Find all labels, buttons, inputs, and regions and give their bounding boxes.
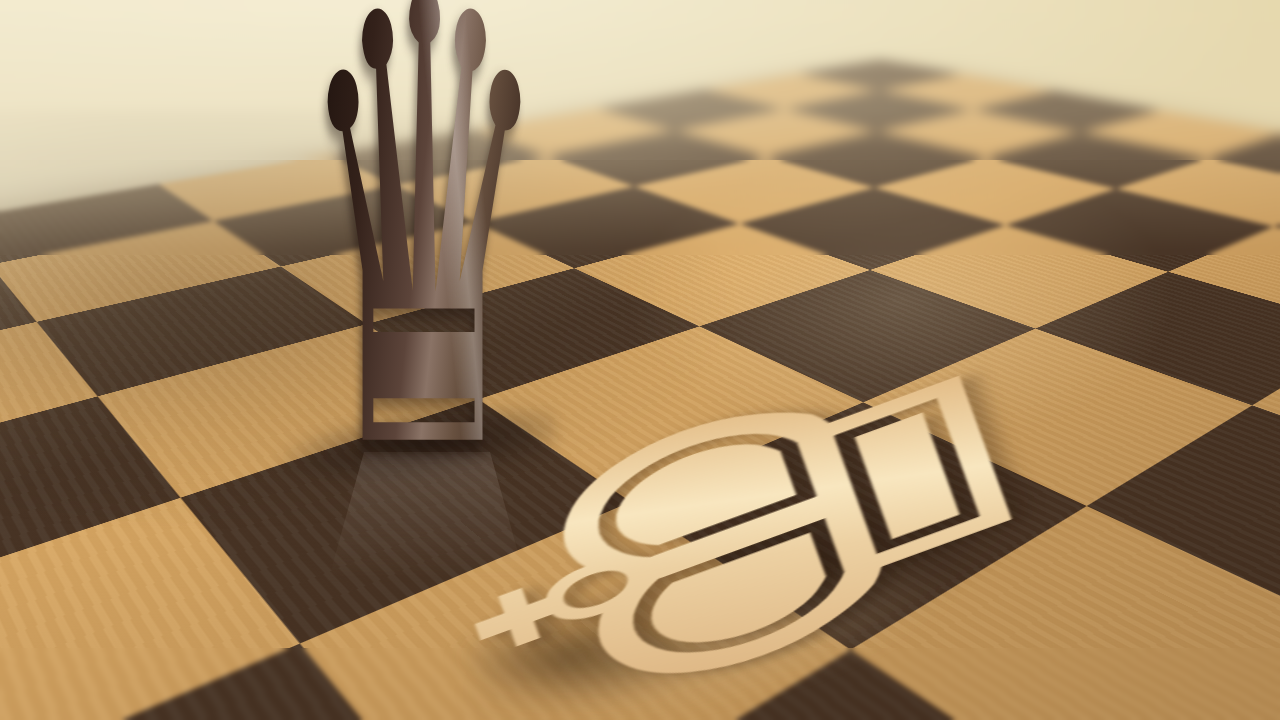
depth-blur-far: [0, 0, 1280, 160]
chess-scene: ♚ ♛ ♛: [0, 0, 1280, 720]
depth-blur-mid: [0, 160, 1280, 255]
black-queen-piece: ♛: [296, 0, 552, 536]
